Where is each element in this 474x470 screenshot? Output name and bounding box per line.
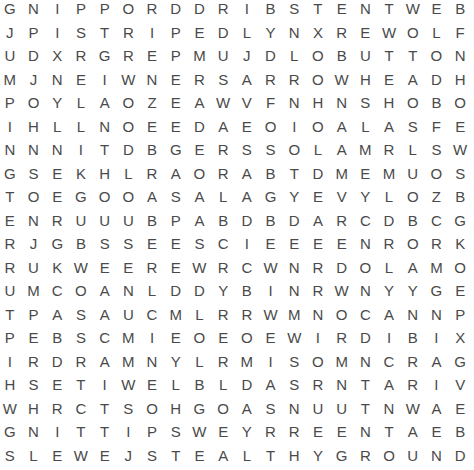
grid-cell[interactable]: D [188,0,212,21]
grid-cell[interactable]: N [282,279,306,303]
grid-cell[interactable]: T [377,420,401,444]
grid-cell[interactable]: L [188,303,212,327]
grid-cell[interactable]: S [235,138,259,162]
grid-cell[interactable]: O [306,44,330,68]
grid-cell[interactable]: A [259,373,283,397]
grid-cell[interactable]: T [306,0,330,21]
grid-cell[interactable]: Z [140,91,164,115]
grid-cell[interactable]: X [306,21,330,45]
grid-cell[interactable]: W [0,397,22,421]
grid-cell[interactable]: I [117,420,141,444]
grid-cell[interactable]: G [425,279,449,303]
grid-cell[interactable]: I [235,232,259,256]
grid-cell[interactable]: N [22,209,46,233]
grid-cell[interactable]: W [401,0,425,21]
grid-cell[interactable]: E [0,209,22,233]
grid-cell[interactable]: U [401,162,425,186]
grid-cell[interactable]: S [259,138,283,162]
grid-cell[interactable]: G [330,444,354,468]
grid-cell[interactable]: S [282,0,306,21]
grid-cell[interactable]: E [306,232,330,256]
grid-cell[interactable]: O [188,162,212,186]
grid-cell[interactable]: L [282,44,306,68]
grid-cell[interactable]: W [448,138,472,162]
grid-cell[interactable]: B [259,162,283,186]
grid-cell[interactable]: B [448,420,472,444]
grid-cell[interactable]: A [140,185,164,209]
grid-cell[interactable]: U [0,44,22,68]
grid-cell[interactable]: B [259,209,283,233]
grid-cell[interactable]: R [306,279,330,303]
grid-cell[interactable]: K [45,256,69,280]
grid-cell[interactable]: T [93,21,117,45]
grid-cell[interactable]: N [22,138,46,162]
grid-cell[interactable]: N [354,350,378,374]
grid-cell[interactable]: C [93,326,117,350]
grid-cell[interactable]: W [69,444,93,468]
grid-cell[interactable]: O [117,0,141,21]
grid-cell[interactable]: T [0,303,22,327]
grid-cell[interactable]: R [0,256,22,280]
grid-cell[interactable]: O [306,115,330,139]
grid-cell[interactable]: R [140,0,164,21]
grid-cell[interactable]: T [93,138,117,162]
grid-cell[interactable]: Y [282,185,306,209]
grid-cell[interactable]: R [140,256,164,280]
grid-cell[interactable]: D [235,209,259,233]
grid-cell[interactable]: A [401,256,425,280]
grid-cell[interactable]: N [425,303,449,327]
grid-cell[interactable]: A [45,303,69,327]
grid-cell[interactable]: J [22,232,46,256]
grid-cell[interactable]: S [22,162,46,186]
grid-cell[interactable]: E [164,256,188,280]
grid-cell[interactable]: N [377,397,401,421]
grid-cell[interactable]: G [0,162,22,186]
grid-cell[interactable]: N [45,68,69,92]
grid-cell[interactable]: L [69,115,93,139]
grid-cell[interactable]: O [401,21,425,45]
grid-cell[interactable]: M [354,138,378,162]
grid-cell[interactable]: E [93,444,117,468]
grid-cell[interactable]: R [69,350,93,374]
grid-cell[interactable]: B [330,44,354,68]
grid-cell[interactable]: L [69,91,93,115]
grid-cell[interactable]: E [140,115,164,139]
grid-cell[interactable]: B [45,326,69,350]
grid-cell[interactable]: O [448,256,472,280]
grid-cell[interactable]: I [425,326,449,350]
grid-cell[interactable]: A [235,397,259,421]
grid-cell[interactable]: B [448,0,472,21]
grid-cell[interactable]: B [425,91,449,115]
grid-cell[interactable]: B [401,209,425,233]
grid-cell[interactable]: M [330,162,354,186]
grid-cell[interactable]: O [401,185,425,209]
grid-cell[interactable]: M [425,256,449,280]
grid-cell[interactable]: E [330,232,354,256]
grid-cell[interactable]: D [22,44,46,68]
grid-cell[interactable]: P [140,420,164,444]
grid-cell[interactable]: I [45,0,69,21]
grid-cell[interactable]: Y [354,185,378,209]
grid-cell[interactable]: S [211,68,235,92]
grid-cell[interactable]: W [401,397,425,421]
grid-cell[interactable]: T [354,397,378,421]
grid-cell[interactable]: R [401,350,425,374]
grid-cell[interactable]: R [211,350,235,374]
grid-cell[interactable]: Y [45,91,69,115]
grid-cell[interactable]: C [45,279,69,303]
grid-cell[interactable]: N [140,350,164,374]
grid-cell[interactable]: H [282,444,306,468]
grid-cell[interactable]: O [140,397,164,421]
grid-cell[interactable]: U [93,209,117,233]
grid-cell[interactable]: C [235,256,259,280]
grid-cell[interactable]: A [93,279,117,303]
grid-cell[interactable]: O [354,256,378,280]
grid-cell[interactable]: E [93,256,117,280]
grid-cell[interactable]: W [259,303,283,327]
grid-cell[interactable]: E [69,68,93,92]
grid-cell[interactable]: S [93,232,117,256]
grid-cell[interactable]: A [377,303,401,327]
grid-cell[interactable]: R [140,162,164,186]
grid-cell[interactable]: E [377,68,401,92]
grid-cell[interactable]: R [306,373,330,397]
grid-cell[interactable]: A [401,420,425,444]
grid-cell[interactable]: N [425,444,449,468]
grid-cell[interactable]: T [69,373,93,397]
grid-cell[interactable]: U [0,279,22,303]
grid-cell[interactable]: S [164,420,188,444]
grid-cell[interactable]: G [448,350,472,374]
grid-cell[interactable]: H [354,68,378,92]
grid-cell[interactable]: L [188,350,212,374]
grid-cell[interactable]: U [211,44,235,68]
grid-cell[interactable]: I [282,115,306,139]
grid-cell[interactable]: D [259,44,283,68]
grid-cell[interactable]: D [45,350,69,374]
grid-cell[interactable]: D [188,279,212,303]
grid-cell[interactable]: Y [401,279,425,303]
grid-cell[interactable]: H [0,373,22,397]
grid-cell[interactable]: R [211,303,235,327]
grid-cell[interactable]: U [401,444,425,468]
grid-cell[interactable]: D [164,0,188,21]
grid-cell[interactable]: B [140,209,164,233]
grid-cell[interactable]: R [282,68,306,92]
grid-cell[interactable]: L [211,373,235,397]
grid-cell[interactable]: U [306,397,330,421]
grid-cell[interactable]: W [188,256,212,280]
grid-cell[interactable]: A [93,350,117,374]
grid-cell[interactable]: D [117,138,141,162]
grid-cell[interactable]: Z [425,185,449,209]
grid-cell[interactable]: R [425,232,449,256]
grid-cell[interactable]: D [211,21,235,45]
grid-cell[interactable]: J [22,68,46,92]
grid-cell[interactable]: R [22,350,46,374]
grid-cell[interactable]: U [69,209,93,233]
grid-cell[interactable]: E [354,21,378,45]
grid-cell[interactable]: G [0,0,22,21]
grid-cell[interactable]: U [117,209,141,233]
grid-cell[interactable]: D [306,162,330,186]
grid-cell[interactable]: S [69,21,93,45]
grid-cell[interactable]: O [425,44,449,68]
grid-cell[interactable]: N [448,44,472,68]
grid-cell[interactable]: C [211,232,235,256]
grid-cell[interactable]: M [235,350,259,374]
grid-cell[interactable]: N [354,0,378,21]
grid-cell[interactable]: M [117,350,141,374]
grid-cell[interactable]: A [330,115,354,139]
grid-cell[interactable]: E [425,420,449,444]
grid-cell[interactable]: R [69,44,93,68]
grid-cell[interactable]: R [306,256,330,280]
grid-cell[interactable]: A [306,209,330,233]
grid-cell[interactable]: L [425,21,449,45]
grid-cell[interactable]: S [282,350,306,374]
grid-cell[interactable]: T [164,444,188,468]
grid-cell[interactable]: C [69,397,93,421]
grid-cell[interactable]: N [117,279,141,303]
grid-cell[interactable]: S [69,326,93,350]
grid-cell[interactable]: E [22,326,46,350]
grid-cell[interactable]: R [330,326,354,350]
grid-cell[interactable]: J [235,44,259,68]
grid-cell[interactable]: G [259,185,283,209]
grid-cell[interactable]: G [0,420,22,444]
grid-cell[interactable]: J [117,444,141,468]
grid-cell[interactable]: L [235,444,259,468]
grid-cell[interactable]: H [448,68,472,92]
grid-cell[interactable]: H [164,397,188,421]
grid-cell[interactable]: E [164,326,188,350]
grid-cell[interactable]: C [354,209,378,233]
grid-cell[interactable]: M [377,162,401,186]
grid-cell[interactable]: V [235,91,259,115]
grid-cell[interactable]: G [69,185,93,209]
grid-cell[interactable]: L [377,185,401,209]
grid-cell[interactable]: E [45,373,69,397]
grid-cell[interactable]: R [45,397,69,421]
grid-cell[interactable]: S [188,232,212,256]
grid-cell[interactable]: R [330,21,354,45]
grid-cell[interactable]: E [45,444,69,468]
grid-cell[interactable]: F [425,115,449,139]
grid-cell[interactable]: Y [211,279,235,303]
grid-cell[interactable]: O [282,138,306,162]
grid-cell[interactable]: R [211,162,235,186]
grid-cell[interactable]: A [401,68,425,92]
grid-cell[interactable]: A [425,350,449,374]
grid-cell[interactable]: E [211,326,235,350]
grid-cell[interactable]: S [117,397,141,421]
grid-cell[interactable]: E [306,185,330,209]
grid-cell[interactable]: R [235,303,259,327]
grid-cell[interactable]: I [45,21,69,45]
grid-cell[interactable]: O [330,303,354,327]
grid-cell[interactable]: A [211,444,235,468]
grid-cell[interactable]: X [45,44,69,68]
grid-cell[interactable]: A [93,91,117,115]
grid-cell[interactable]: G [93,44,117,68]
grid-cell[interactable]: C [377,350,401,374]
grid-cell[interactable]: L [235,21,259,45]
grid-cell[interactable]: B [140,138,164,162]
grid-cell[interactable]: S [354,91,378,115]
grid-cell[interactable]: B [401,326,425,350]
grid-cell[interactable]: I [425,373,449,397]
grid-cell[interactable]: Y [235,420,259,444]
grid-cell[interactable]: N [140,68,164,92]
grid-cell[interactable]: E [188,444,212,468]
grid-cell[interactable]: O [259,115,283,139]
grid-cell[interactable]: K [69,162,93,186]
grid-cell[interactable]: D [425,68,449,92]
grid-cell[interactable]: N [330,373,354,397]
grid-cell[interactable]: E [425,0,449,21]
grid-cell[interactable]: T [93,420,117,444]
grid-cell[interactable]: I [93,68,117,92]
grid-cell[interactable]: Y [306,444,330,468]
grid-cell[interactable]: T [69,420,93,444]
grid-cell[interactable]: S [22,373,46,397]
grid-cell[interactable]: M [22,279,46,303]
grid-cell[interactable]: I [306,326,330,350]
grid-cell[interactable]: F [259,91,283,115]
grid-cell[interactable]: B [448,185,472,209]
grid-cell[interactable]: E [164,91,188,115]
grid-cell[interactable]: I [0,350,22,374]
grid-cell[interactable]: E [330,420,354,444]
grid-cell[interactable]: I [235,0,259,21]
grid-cell[interactable]: N [401,303,425,327]
grid-cell[interactable]: A [188,185,212,209]
grid-cell[interactable]: A [377,115,401,139]
grid-cell[interactable]: O [306,350,330,374]
grid-cell[interactable]: K [448,232,472,256]
grid-cell[interactable]: S [425,138,449,162]
grid-cell[interactable]: P [22,303,46,327]
grid-cell[interactable]: N [354,279,378,303]
grid-cell[interactable]: F [448,21,472,45]
grid-cell[interactable]: H [306,91,330,115]
grid-cell[interactable]: O [425,162,449,186]
grid-cell[interactable]: E [164,68,188,92]
grid-cell[interactable]: U [22,256,46,280]
grid-cell[interactable]: N [22,420,46,444]
grid-cell[interactable]: O [117,115,141,139]
grid-cell[interactable]: T [354,373,378,397]
grid-cell[interactable]: O [93,185,117,209]
grid-cell[interactable]: H [93,162,117,186]
grid-cell[interactable]: G [45,232,69,256]
grid-cell[interactable]: E [259,326,283,350]
grid-cell[interactable]: N [0,138,22,162]
grid-cell[interactable]: P [164,44,188,68]
grid-cell[interactable]: R [282,420,306,444]
grid-cell[interactable]: M [0,68,22,92]
grid-cell[interactable]: W [69,256,93,280]
grid-cell[interactable]: T [93,397,117,421]
grid-cell[interactable]: Y [164,350,188,374]
grid-cell[interactable]: M [117,326,141,350]
grid-cell[interactable]: L [306,138,330,162]
grid-cell[interactable]: R [330,209,354,233]
grid-cell[interactable]: O [69,279,93,303]
grid-cell[interactable]: I [377,326,401,350]
grid-cell[interactable]: E [306,420,330,444]
grid-cell[interactable]: N [45,138,69,162]
grid-cell[interactable]: N [282,21,306,45]
grid-cell[interactable]: N [22,0,46,21]
grid-cell[interactable]: N [330,91,354,115]
grid-cell[interactable]: C [354,303,378,327]
grid-cell[interactable]: L [354,115,378,139]
grid-cell[interactable]: E [448,397,472,421]
grid-cell[interactable]: T [259,444,283,468]
grid-cell[interactable]: R [117,44,141,68]
grid-cell[interactable]: E [235,115,259,139]
grid-cell[interactable]: W [377,21,401,45]
grid-cell[interactable]: P [164,21,188,45]
grid-cell[interactable]: E [354,162,378,186]
grid-cell[interactable]: E [140,373,164,397]
grid-cell[interactable]: A [377,373,401,397]
grid-cell[interactable]: T [377,0,401,21]
grid-cell[interactable]: N [354,232,378,256]
grid-cell[interactable]: D [188,115,212,139]
grid-cell[interactable]: A [425,397,449,421]
grid-cell[interactable]: E [282,232,306,256]
grid-cell[interactable]: R [377,138,401,162]
grid-cell[interactable]: C [140,303,164,327]
grid-cell[interactable]: I [69,138,93,162]
grid-cell[interactable]: D [330,256,354,280]
grid-cell[interactable]: I [259,350,283,374]
grid-cell[interactable]: O [377,444,401,468]
grid-cell[interactable]: X [448,326,472,350]
grid-cell[interactable]: G [188,397,212,421]
grid-cell[interactable]: M [188,44,212,68]
grid-cell[interactable]: W [330,68,354,92]
grid-cell[interactable]: P [0,91,22,115]
grid-cell[interactable]: S [401,115,425,139]
grid-cell[interactable]: E [164,232,188,256]
grid-cell[interactable]: C [425,209,449,233]
grid-cell[interactable]: R [117,21,141,45]
grid-cell[interactable]: P [448,303,472,327]
grid-cell[interactable]: S [164,185,188,209]
grid-cell[interactable]: O [401,232,425,256]
grid-cell[interactable]: L [377,256,401,280]
grid-cell[interactable]: E [259,232,283,256]
grid-cell[interactable]: A [235,185,259,209]
grid-cell[interactable]: O [235,326,259,350]
grid-cell[interactable]: A [164,162,188,186]
grid-cell[interactable]: E [117,256,141,280]
grid-cell[interactable]: E [188,21,212,45]
grid-cell[interactable]: E [330,0,354,21]
grid-cell[interactable]: M [330,350,354,374]
grid-cell[interactable]: A [188,209,212,233]
grid-cell[interactable]: W [282,326,306,350]
grid-cell[interactable]: A [188,91,212,115]
grid-cell[interactable]: L [140,279,164,303]
